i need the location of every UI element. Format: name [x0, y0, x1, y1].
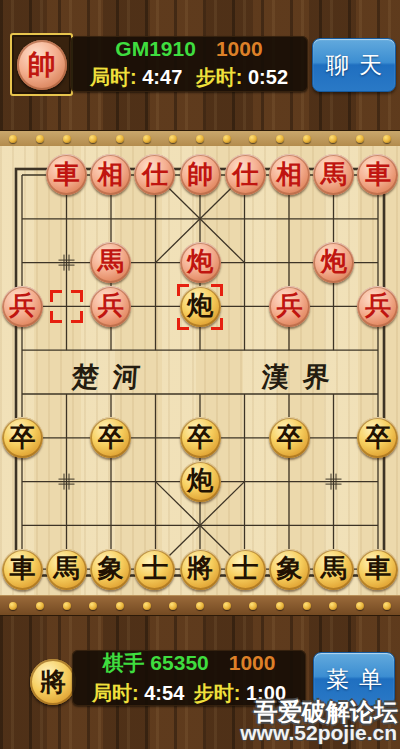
top-player-name: GM1910	[115, 37, 196, 61]
top-player-info-panel: GM1910 1000 局时: 4:47 步时: 0:52	[70, 36, 308, 92]
board-piece-red-兵[interactable]: 兵	[2, 286, 43, 327]
gold-stud-icon	[356, 602, 364, 610]
board-piece-red-馬[interactable]: 馬	[313, 154, 354, 195]
gold-stud-icon	[36, 602, 44, 610]
board-piece-black-象[interactable]: 象	[269, 549, 310, 590]
gold-stud-icon	[356, 135, 364, 143]
board-piece-black-炮[interactable]: 炮	[180, 286, 221, 327]
gold-stud-icon	[9, 602, 17, 610]
bottom-player-name: 棋手 65350	[103, 649, 209, 677]
game-screen: 帥 GM1910 1000 局时: 4:47 步时: 0:52 聊天 楚河 漢界…	[0, 0, 400, 749]
xiangqi-board[interactable]: 楚河 漢界 車相仕帥仕相馬車馬炮炮兵兵兵兵炮卒卒卒卒卒炮車馬象士將士象馬車	[0, 146, 400, 595]
gold-stud-icon	[89, 602, 97, 610]
board-piece-black-車[interactable]: 車	[357, 549, 398, 590]
gold-stud-icon	[329, 602, 337, 610]
gold-stud-icon	[63, 135, 71, 143]
watermark-url: www.52pojie.cn	[240, 721, 397, 745]
gold-stud-icon	[383, 602, 391, 610]
board-piece-red-馬[interactable]: 馬	[90, 242, 131, 283]
board-piece-red-仕[interactable]: 仕	[134, 154, 175, 195]
board-piece-red-兵[interactable]: 兵	[90, 286, 131, 327]
board-piece-black-卒[interactable]: 卒	[90, 417, 131, 458]
bottom-plank-studs	[0, 595, 400, 616]
board-piece-black-士[interactable]: 士	[134, 549, 175, 590]
gold-stud-icon	[169, 135, 177, 143]
gold-stud-icon	[63, 602, 71, 610]
board-piece-black-將[interactable]: 將	[180, 549, 221, 590]
gold-stud-icon	[249, 135, 257, 143]
board-piece-red-仕[interactable]: 仕	[225, 154, 266, 195]
board-piece-red-兵[interactable]: 兵	[357, 286, 398, 327]
red-general-avatar-icon: 帥	[17, 40, 67, 90]
bottom-player-rating: 1000	[229, 651, 276, 675]
top-game-time: 局时: 4:47	[90, 64, 182, 91]
board-piece-red-車[interactable]: 車	[46, 154, 87, 195]
gold-stud-icon	[196, 135, 204, 143]
board-piece-red-相[interactable]: 相	[90, 154, 131, 195]
bottom-game-time: 局时: 4:54	[92, 680, 184, 707]
board-piece-black-士[interactable]: 士	[225, 549, 266, 590]
board-piece-black-馬[interactable]: 馬	[313, 549, 354, 590]
board-piece-black-卒[interactable]: 卒	[357, 417, 398, 458]
board-piece-black-卒[interactable]: 卒	[180, 417, 221, 458]
gold-stud-icon	[276, 135, 284, 143]
gold-stud-icon	[276, 602, 284, 610]
gold-stud-icon	[36, 135, 44, 143]
board-piece-red-炮[interactable]: 炮	[313, 242, 354, 283]
board-piece-red-車[interactable]: 車	[357, 154, 398, 195]
board-piece-red-兵[interactable]: 兵	[269, 286, 310, 327]
gold-stud-icon	[143, 602, 151, 610]
gold-stud-icon	[223, 602, 231, 610]
gold-stud-icon	[169, 602, 177, 610]
gold-stud-icon	[143, 135, 151, 143]
gold-stud-icon	[383, 135, 391, 143]
board-piece-black-車[interactable]: 車	[2, 549, 43, 590]
top-player-rating: 1000	[216, 37, 263, 61]
board-piece-black-卒[interactable]: 卒	[2, 417, 43, 458]
board-piece-red-炮[interactable]: 炮	[180, 242, 221, 283]
chat-button[interactable]: 聊天	[312, 38, 396, 92]
last-move-from-marker	[50, 290, 83, 323]
top-player-avatar-frame[interactable]: 帥	[10, 33, 73, 96]
board-piece-black-卒[interactable]: 卒	[269, 417, 310, 458]
gold-stud-icon	[303, 135, 311, 143]
gold-stud-icon	[9, 135, 17, 143]
gold-stud-icon	[89, 135, 97, 143]
board-piece-red-相[interactable]: 相	[269, 154, 310, 195]
gold-stud-icon	[223, 135, 231, 143]
piece-grid: 車相仕帥仕相馬車馬炮炮兵兵兵兵炮卒卒卒卒卒炮車馬象士將士象馬車	[0, 153, 400, 591]
gold-stud-icon	[249, 602, 257, 610]
board-piece-black-象[interactable]: 象	[90, 549, 131, 590]
black-general-avatar-icon[interactable]: 將	[30, 659, 76, 705]
gold-stud-icon	[116, 135, 124, 143]
top-step-time: 步时: 0:52	[196, 64, 288, 91]
board-piece-black-炮[interactable]: 炮	[180, 461, 221, 502]
board-piece-red-帥[interactable]: 帥	[180, 154, 221, 195]
gold-stud-icon	[329, 135, 337, 143]
gold-stud-icon	[116, 602, 124, 610]
board-piece-black-馬[interactable]: 馬	[46, 549, 87, 590]
gold-stud-icon	[303, 602, 311, 610]
gold-stud-icon	[196, 602, 204, 610]
